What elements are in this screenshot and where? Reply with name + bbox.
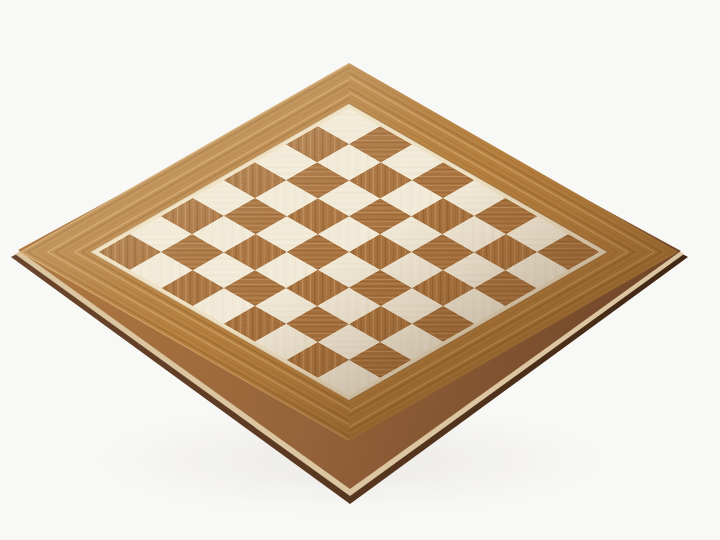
product-photo-scene (0, 0, 720, 540)
chess-board (19, 63, 678, 441)
